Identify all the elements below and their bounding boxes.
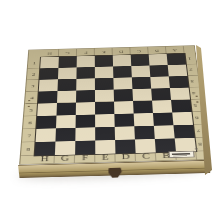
rank-label-left-7: 7 bbox=[27, 133, 31, 138]
file-label-top-A: A bbox=[173, 48, 177, 52]
square-d5[interactable] bbox=[114, 101, 134, 114]
file-label-bottom-A: A bbox=[182, 151, 191, 159]
square-d7[interactable] bbox=[115, 126, 135, 140]
square-e5[interactable] bbox=[95, 102, 114, 115]
square-d3[interactable] bbox=[113, 77, 132, 89]
square-e3[interactable] bbox=[95, 78, 114, 90]
square-e6[interactable] bbox=[95, 114, 115, 127]
rank-label-right-8: 8 bbox=[198, 142, 202, 147]
hinge-pin-icon bbox=[196, 101, 198, 102]
rank-label-right-5: 5 bbox=[193, 103, 197, 108]
square-c5[interactable] bbox=[133, 101, 153, 114]
square-c3[interactable] bbox=[132, 77, 151, 89]
rank-label-left-3: 3 bbox=[31, 84, 34, 88]
file-label-top-C: C bbox=[137, 49, 141, 53]
clasp-latch-icon bbox=[108, 168, 122, 178]
square-f6[interactable] bbox=[76, 115, 96, 128]
chessboard: HGFEDCBA HGFEDCBA 12345678 12345678 bbox=[22, 10, 205, 193]
file-label-bottom-G: G bbox=[61, 154, 69, 162]
square-c7[interactable] bbox=[134, 126, 155, 140]
rank-label-right-6: 6 bbox=[195, 116, 199, 121]
file-label-top-D: D bbox=[119, 50, 123, 54]
file-label-top-B: B bbox=[155, 49, 159, 53]
square-f7[interactable] bbox=[75, 127, 95, 141]
square-h2[interactable] bbox=[39, 68, 58, 80]
square-a1[interactable] bbox=[167, 54, 186, 66]
file-label-bottom-H: H bbox=[40, 155, 49, 163]
square-a2[interactable] bbox=[168, 65, 188, 77]
square-h3[interactable] bbox=[39, 79, 58, 91]
rank-label-left-2: 2 bbox=[32, 72, 35, 76]
board-top-face: HGFEDCBA HGFEDCBA 12345678 12345678 bbox=[19, 45, 210, 165]
photo-background: HGFEDCBA HGFEDCBA 12345678 12345678 bbox=[0, 0, 220, 220]
registered-mark-icon bbox=[195, 148, 198, 150]
square-b6[interactable] bbox=[153, 113, 174, 126]
rank-label-right-3: 3 bbox=[190, 79, 194, 83]
square-c8[interactable] bbox=[135, 139, 156, 153]
square-c6[interactable] bbox=[134, 113, 154, 126]
square-b8[interactable] bbox=[155, 138, 176, 152]
rank-label-left-8: 8 bbox=[26, 146, 30, 151]
square-h5[interactable] bbox=[37, 103, 57, 116]
board-3d-body: HGFEDCBA HGFEDCBA 12345678 12345678 bbox=[19, 45, 210, 165]
square-f3[interactable] bbox=[76, 78, 95, 90]
rank-label-right-7: 7 bbox=[196, 129, 200, 134]
file-label-top-E: E bbox=[102, 50, 106, 54]
chessboard-grid bbox=[35, 54, 196, 156]
square-b3[interactable] bbox=[150, 76, 170, 88]
square-g5[interactable] bbox=[56, 103, 76, 116]
square-e2[interactable] bbox=[95, 66, 114, 78]
file-label-top-F: F bbox=[84, 51, 87, 55]
rank-labels-left: 12345678 bbox=[21, 57, 41, 156]
rank-label-right-1: 1 bbox=[188, 57, 192, 61]
rank-label-right-2: 2 bbox=[189, 68, 193, 72]
square-f5[interactable] bbox=[76, 102, 95, 115]
square-h8[interactable] bbox=[35, 142, 56, 156]
square-c1[interactable] bbox=[131, 54, 150, 66]
square-d1[interactable] bbox=[113, 55, 132, 67]
file-label-bottom-E: E bbox=[102, 153, 109, 161]
square-e7[interactable] bbox=[95, 127, 115, 141]
square-e8[interactable] bbox=[95, 140, 115, 154]
square-b7[interactable] bbox=[154, 125, 175, 139]
square-d2[interactable] bbox=[113, 66, 132, 78]
square-c2[interactable] bbox=[131, 66, 150, 78]
square-g6[interactable] bbox=[56, 115, 76, 128]
square-f8[interactable] bbox=[75, 140, 95, 154]
square-d6[interactable] bbox=[114, 114, 134, 127]
square-g1[interactable] bbox=[58, 56, 76, 68]
file-label-bottom-B: B bbox=[162, 151, 170, 159]
square-e1[interactable] bbox=[95, 55, 113, 67]
hinge-pin-icon bbox=[28, 106, 30, 107]
file-label-bottom-F: F bbox=[82, 154, 88, 162]
square-g7[interactable] bbox=[55, 128, 75, 142]
file-label-bottom-C: C bbox=[142, 152, 150, 160]
square-g3[interactable] bbox=[57, 79, 76, 91]
square-b1[interactable] bbox=[149, 54, 168, 66]
square-g2[interactable] bbox=[58, 67, 77, 79]
rank-label-left-4: 4 bbox=[30, 95, 34, 100]
rank-label-left-5: 5 bbox=[29, 108, 33, 113]
file-label-bottom-D: D bbox=[121, 152, 129, 160]
square-h6[interactable] bbox=[36, 116, 56, 129]
rank-label-left-6: 6 bbox=[28, 120, 32, 125]
square-g8[interactable] bbox=[55, 141, 75, 155]
square-d8[interactable] bbox=[115, 139, 136, 153]
hinge-pin-icon bbox=[196, 96, 198, 97]
file-label-top-G: G bbox=[66, 51, 70, 55]
square-h7[interactable] bbox=[36, 128, 56, 142]
square-a7[interactable] bbox=[173, 125, 194, 139]
square-a8[interactable] bbox=[175, 138, 196, 152]
file-label-top-H: H bbox=[48, 52, 52, 56]
maker-stamp bbox=[168, 151, 194, 158]
rank-label-left-1: 1 bbox=[33, 61, 36, 65]
square-h1[interactable] bbox=[40, 57, 59, 69]
square-b2[interactable] bbox=[149, 65, 168, 77]
square-a3[interactable] bbox=[169, 76, 189, 88]
square-f2[interactable] bbox=[76, 67, 94, 79]
square-f1[interactable] bbox=[77, 56, 95, 68]
square-a6[interactable] bbox=[172, 112, 193, 125]
square-b5[interactable] bbox=[152, 100, 172, 113]
square-a5[interactable] bbox=[171, 100, 191, 113]
